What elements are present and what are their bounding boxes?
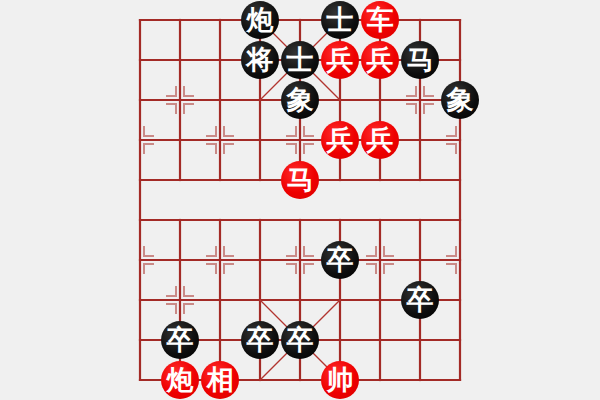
piece-glyph: 炮: [161, 361, 199, 399]
piece-glyph: 卒: [401, 281, 439, 319]
piece-red-chariot[interactable]: 车: [360, 0, 400, 40]
piece-glyph: 炮: [241, 1, 279, 39]
piece-black-horse[interactable]: 马: [400, 40, 440, 80]
piece-black-soldier[interactable]: 卒: [280, 320, 320, 360]
piece-glyph: 士: [321, 1, 359, 39]
piece-red-general[interactable]: 帅: [320, 360, 360, 400]
piece-black-advisor[interactable]: 士: [320, 0, 360, 40]
piece-black-elephant[interactable]: 象: [280, 80, 320, 120]
piece-black-soldier[interactable]: 卒: [160, 320, 200, 360]
xiangqi-app-canvas: 炮士车将士兵兵马象象兵兵马卒卒卒卒卒炮相帅: [0, 0, 600, 400]
piece-glyph: 卒: [241, 321, 279, 359]
piece-glyph: 马: [401, 41, 439, 79]
piece-red-soldier[interactable]: 兵: [360, 40, 400, 80]
piece-glyph: 兵: [361, 41, 399, 79]
piece-glyph: 卒: [281, 321, 319, 359]
piece-red-soldier[interactable]: 兵: [320, 120, 360, 160]
piece-glyph: 士: [281, 41, 319, 79]
piece-black-soldier[interactable]: 卒: [320, 240, 360, 280]
xiangqi-board: 炮士车将士兵兵马象象兵兵马卒卒卒卒卒炮相帅: [120, 0, 480, 400]
piece-glyph: 兵: [321, 41, 359, 79]
piece-black-general[interactable]: 将: [240, 40, 280, 80]
piece-glyph: 马: [281, 161, 319, 199]
piece-glyph: 卒: [161, 321, 199, 359]
piece-glyph: 相: [201, 361, 239, 399]
piece-glyph: 将: [241, 41, 279, 79]
piece-black-soldier[interactable]: 卒: [400, 280, 440, 320]
piece-red-cannon[interactable]: 炮: [160, 360, 200, 400]
piece-red-elephant[interactable]: 相: [200, 360, 240, 400]
piece-black-cannon[interactable]: 炮: [240, 0, 280, 40]
piece-glyph: 兵: [321, 121, 359, 159]
piece-black-soldier[interactable]: 卒: [240, 320, 280, 360]
piece-glyph: 车: [361, 1, 399, 39]
piece-red-soldier[interactable]: 兵: [320, 40, 360, 80]
piece-glyph: 帅: [321, 361, 359, 399]
piece-black-elephant[interactable]: 象: [440, 80, 480, 120]
piece-red-horse[interactable]: 马: [280, 160, 320, 200]
piece-glyph: 象: [281, 81, 319, 119]
pieces-layer: 炮士车将士兵兵马象象兵兵马卒卒卒卒卒炮相帅: [120, 0, 480, 400]
piece-red-soldier[interactable]: 兵: [360, 120, 400, 160]
piece-glyph: 卒: [321, 241, 359, 279]
piece-black-advisor[interactable]: 士: [280, 40, 320, 80]
piece-glyph: 象: [441, 81, 479, 119]
piece-glyph: 兵: [361, 121, 399, 159]
